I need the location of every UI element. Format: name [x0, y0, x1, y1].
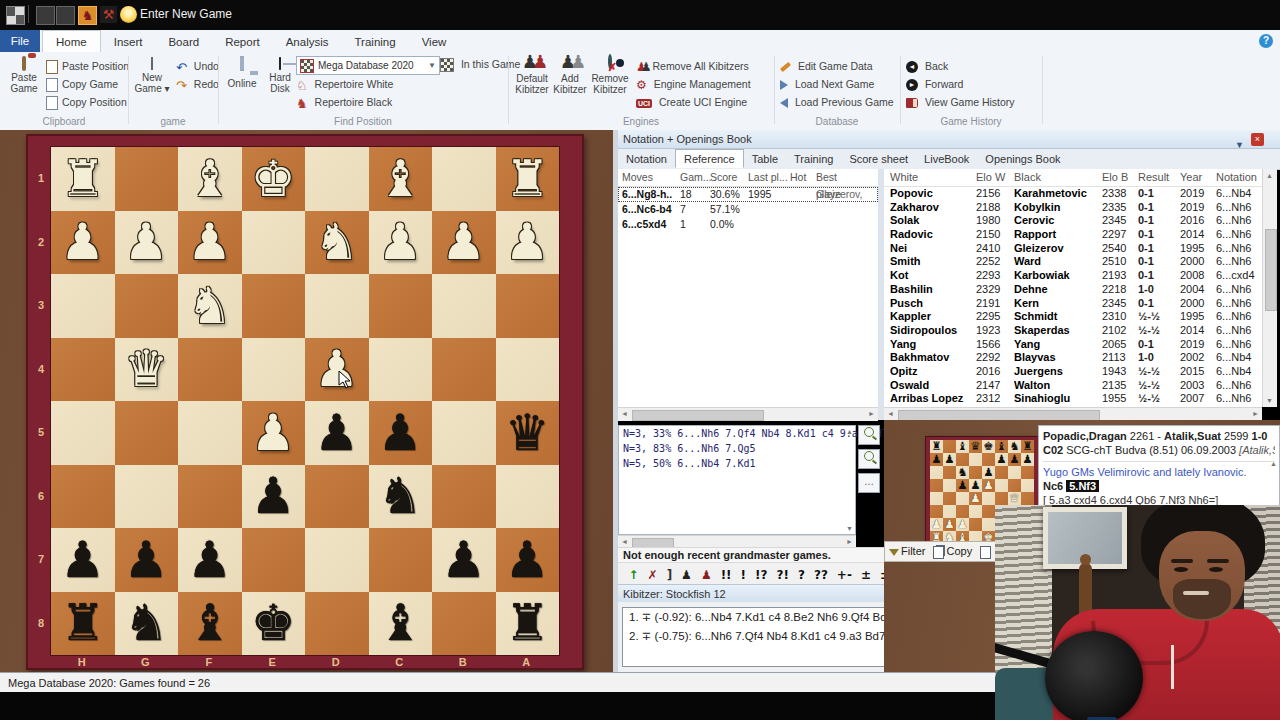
square-f6[interactable]: [178, 465, 242, 529]
cell: Kappler: [890, 310, 976, 324]
scroll-left-icon[interactable]: ◄: [887, 410, 894, 417]
ribbon-tab-view[interactable]: View: [409, 31, 460, 53]
online-button[interactable]: Online: [222, 58, 262, 89]
black-bishop-f8[interactable]: ♝: [187, 598, 232, 648]
moves-row-2[interactable]: 6...c5xd410.0%: [618, 217, 878, 232]
forward-button[interactable]: ► Forward: [906, 78, 963, 94]
square-e3[interactable]: [242, 274, 306, 338]
cell: 6...cxd4: [1216, 269, 1262, 283]
page-icon[interactable]: [980, 546, 991, 559]
back-button[interactable]: ◄ Back: [906, 60, 948, 76]
analysis-buttons: …: [858, 425, 880, 535]
group-label-game-history: Game History: [900, 116, 1042, 127]
highlighted-knight-icon[interactable]: ♞: [78, 6, 97, 25]
help-icon[interactable]: ?: [1259, 34, 1273, 48]
black-queen-d8[interactable]: ♛: [970, 441, 980, 453]
cell: Bakhmatov: [890, 351, 976, 365]
square-e5[interactable]: ♟: [982, 479, 995, 492]
column-header[interactable]: Elo B: [1102, 169, 1138, 186]
cell: Smith: [890, 255, 976, 269]
square-f5[interactable]: [178, 401, 242, 465]
tab-openings-book[interactable]: Openings Book: [977, 150, 1068, 169]
square-h5[interactable]: [51, 401, 115, 465]
white-knight-d2[interactable]: ♞: [314, 217, 359, 267]
square-f4[interactable]: [178, 338, 242, 402]
default-kibitzer-button[interactable]: ♟♟ Default Kibitzer: [514, 56, 550, 95]
white-pawn-d4[interactable]: ♟: [970, 493, 980, 505]
black-pawn-b7[interactable]: ♟: [441, 535, 486, 585]
cell: [790, 187, 816, 202]
annotation-symbol-button[interactable]: ♟: [681, 564, 692, 586]
white-pawn-e5[interactable]: ♟: [983, 480, 993, 492]
scroll-left-icon[interactable]: ◄: [621, 538, 628, 545]
square-a5[interactable]: ♛: [496, 401, 560, 465]
square-b6[interactable]: [432, 465, 496, 529]
black-pawn-e6[interactable]: ♟: [983, 467, 993, 479]
cell: 2310: [1102, 310, 1138, 324]
square-g2[interactable]: ♟: [115, 211, 179, 275]
black-pawn-c5[interactable]: ♟: [957, 480, 967, 492]
paste-game-button[interactable]: Paste Game: [4, 58, 44, 94]
scroll-down-icon[interactable]: ▼: [1266, 397, 1273, 404]
scroll-thumb[interactable]: [632, 410, 764, 421]
scroll-thumb[interactable]: [1265, 229, 1277, 311]
square-c2[interactable]: ♟: [369, 211, 433, 275]
black-player[interactable]: Atalik,Suat: [1164, 430, 1221, 442]
square-a2[interactable]: ♟: [496, 211, 560, 275]
filter-button[interactable]: Filter: [901, 545, 925, 557]
database-dropdown[interactable]: Mega Database 2020 ▼: [296, 56, 440, 75]
square-a6[interactable]: [496, 465, 560, 529]
load-previous-game-button[interactable]: Load Previous Game: [780, 96, 894, 112]
game-row-9[interactable]: Kappler2295Schmidt2310½-½19956...Nh6: [884, 310, 1262, 324]
square-h4[interactable]: [1021, 492, 1034, 505]
eyebrow: [1171, 559, 1193, 563]
game-row-5[interactable]: Smith2252Ward25100-120006...Nh6: [884, 255, 1262, 269]
repertoire-white-button[interactable]: ♘ Repertoire White: [296, 78, 393, 94]
scroll-left-icon[interactable]: ◄: [621, 410, 628, 417]
annotation-symbol-button[interactable]: !!: [721, 564, 732, 586]
repertoire-black-button[interactable]: ♞ Repertoire Black: [296, 96, 392, 112]
clipboard-icon: [22, 56, 26, 71]
square-h7[interactable]: ♟: [51, 528, 115, 592]
square-h8[interactable]: ♜: [51, 592, 115, 656]
cell: [816, 202, 864, 217]
square-h6[interactable]: [1021, 466, 1034, 479]
notation-panel-header[interactable]: Notation + Openings Book ▼ ×: [618, 130, 1280, 149]
file-label-B: B: [431, 656, 495, 668]
tab-file[interactable]: File: [0, 30, 40, 52]
white-king-e1[interactable]: ♚: [251, 154, 296, 204]
panel-close-icon[interactable]: ×: [1251, 133, 1264, 146]
column-header[interactable]: Black: [1014, 169, 1102, 186]
tab-table[interactable]: Table: [744, 150, 786, 169]
create-uci-engine-button[interactable]: UCI Create UCI Engine: [636, 96, 747, 112]
moves-row-1[interactable]: 6...Nc6-b4757.1%: [618, 202, 878, 217]
square-g6[interactable]: [115, 465, 179, 529]
ribbon-tab-analysis[interactable]: Analysis: [273, 31, 342, 53]
square-c5[interactable]: ♟: [956, 479, 969, 492]
black-pawn-h7[interactable]: ♟: [1022, 454, 1032, 466]
moves-row-0[interactable]: 6...Ng8-h..1830.6%1995Gleizerov,: [618, 187, 878, 202]
black-knight-g8[interactable]: ♞: [1009, 441, 1019, 453]
moves-reference-panel: MovesGam...ScoreLast pl...HotBest playe …: [618, 169, 878, 407]
white-queen-g4[interactable]: ♛: [1009, 493, 1019, 505]
black-pawn-c5[interactable]: ♟: [378, 408, 423, 458]
black-bishop-f8[interactable]: ♝: [996, 441, 1006, 453]
game-row-8[interactable]: Pusch2191Kern23450-120006...Nh6: [884, 297, 1262, 311]
game-row-10[interactable]: Sidiropoulos1923Skaperdas2102½-½20146...…: [884, 324, 1262, 338]
black-pawn-d5[interactable]: ♟: [970, 480, 980, 492]
square-b5[interactable]: [432, 401, 496, 465]
black-king-e8[interactable]: ♚: [251, 598, 296, 648]
quick-access-icon[interactable]: [56, 6, 75, 25]
square-g8[interactable]: ♞: [115, 592, 179, 656]
rank-label-8: 8: [34, 617, 48, 629]
white-bishop-c1[interactable]: ♝: [378, 154, 423, 204]
quick-access-icon[interactable]: [36, 6, 55, 25]
annotation-symbol-button[interactable]: +-: [837, 564, 852, 586]
cell: 2016: [1180, 214, 1216, 228]
square-h5[interactable]: [1021, 479, 1034, 492]
annotation-symbol-button[interactable]: ✗: [648, 564, 658, 586]
square-e4[interactable]: [242, 338, 306, 402]
black-queen-a5[interactable]: ♛: [505, 408, 550, 458]
square-h2[interactable]: ♟: [51, 211, 115, 275]
square-b7[interactable]: ♟: [943, 453, 956, 466]
copy-position-button[interactable]: Copy Position: [46, 96, 127, 112]
square-d7[interactable]: [969, 453, 982, 466]
square-e5[interactable]: ♟: [242, 401, 306, 465]
square-d6[interactable]: [305, 465, 369, 529]
white-pawn-f2[interactable]: ♟: [187, 217, 232, 267]
square-h4[interactable]: [51, 338, 115, 402]
square-c3[interactable]: [369, 274, 433, 338]
square-d4[interactable]: ♟: [969, 492, 982, 505]
annotation-symbol-button[interactable]: ↑: [629, 564, 639, 586]
black-king-e8[interactable]: ♚: [983, 441, 993, 453]
square-a7[interactable]: ♟: [930, 453, 943, 466]
black-pawn-h7[interactable]: ♟: [60, 535, 105, 585]
white-pawn-b2[interactable]: ♟: [441, 217, 486, 267]
cell: [790, 217, 816, 232]
game-row-15[interactable]: Arribas Lopez2312Sinahioglu1955½-½20076.…: [884, 392, 1262, 406]
column-header[interactable]: Year: [1180, 169, 1216, 186]
ribbon-tab-home[interactable]: Home: [42, 30, 101, 52]
cell: 6...Nb4: [1216, 365, 1262, 379]
square-f8[interactable]: ♝: [178, 592, 242, 656]
square-d7[interactable]: [305, 528, 369, 592]
square-d8[interactable]: [305, 592, 369, 656]
copy-game-button[interactable]: Copy Game: [46, 78, 118, 94]
repertoire-white-icon: ♘: [296, 78, 308, 93]
repertoire-black-icon: ♞: [296, 96, 308, 111]
black-rook-h8[interactable]: ♜: [60, 598, 105, 648]
game-row-6[interactable]: Kot2293Karbowiak21930-120086...cxd4: [884, 269, 1262, 283]
analysis-line: N=3, 83% 6...Nh6 7.Qg5: [619, 441, 855, 456]
remove-all-kibitzers-button[interactable]: ♟♟ Remove All Kibitzers: [636, 60, 749, 76]
square-b4[interactable]: [943, 492, 956, 505]
game-row-12[interactable]: Bakhmatov2292Blayvas21131-020026...Nb4: [884, 351, 1262, 365]
filter-icon: [889, 549, 899, 556]
game-row-4[interactable]: Nei2410Gleizerov25400-119956...Nh6: [884, 242, 1262, 256]
black-pawn-e6[interactable]: ♟: [251, 471, 296, 521]
white-player[interactable]: Popadic,Dragan: [1043, 430, 1127, 442]
edit-game-data-button[interactable]: Edit Game Data: [780, 60, 873, 76]
column-header[interactable]: Notation: [1216, 169, 1262, 186]
white-rook-h1[interactable]: ♜: [60, 154, 105, 204]
white-bishop-f1[interactable]: ♝: [187, 154, 232, 204]
square-h6[interactable]: [51, 465, 115, 529]
black-pawn-a7[interactable]: ♟: [505, 535, 550, 585]
square-c5[interactable]: ♟: [369, 401, 433, 465]
white-pawn-h2[interactable]: ♟: [60, 217, 105, 267]
tab-reference[interactable]: Reference: [675, 149, 744, 168]
square-g7[interactable]: ♟: [115, 528, 179, 592]
scroll-up-icon[interactable]: ▲: [846, 428, 853, 435]
remove-kibitzer-button[interactable]: ✗ Remove Kibitzer: [590, 56, 630, 95]
ribbon-tab-report[interactable]: Report: [212, 31, 273, 53]
square-d8[interactable]: ♛: [969, 440, 982, 453]
moves-hscrollbar[interactable]: ◄ ►: [618, 407, 878, 421]
square-g7[interactable]: ♟: [1008, 453, 1021, 466]
lightbulb-icon[interactable]: [120, 6, 137, 23]
game-row-13[interactable]: Opitz2016Juergens1943½-½20156...Nb4: [884, 365, 1262, 379]
cell: 2019: [1180, 187, 1216, 201]
square-g4[interactable]: ♛: [115, 338, 179, 402]
square-g4[interactable]: ♛: [1008, 492, 1021, 505]
square-a7[interactable]: ♟: [496, 528, 560, 592]
new-game-button[interactable]: New Game ▾: [132, 58, 172, 94]
back-icon: ◄: [906, 61, 918, 73]
game-row-7[interactable]: Bashilin2329Dehne22181-020046...Nh6: [884, 283, 1262, 297]
scroll-up-icon[interactable]: ▲: [1266, 172, 1273, 179]
cell: 2003: [1180, 379, 1216, 393]
ribbon-tab-insert[interactable]: Insert: [101, 31, 156, 53]
black-rook-a8[interactable]: ♜: [931, 441, 941, 453]
black-rook-h8[interactable]: ♜: [1022, 441, 1032, 453]
copy-button[interactable]: Copy: [946, 545, 972, 557]
square-a3[interactable]: [496, 274, 560, 338]
square-d4[interactable]: ♟: [305, 338, 369, 402]
rank-label-5: 5: [34, 426, 48, 438]
square-b4[interactable]: [432, 338, 496, 402]
paste-position-button[interactable]: Paste Position: [46, 60, 129, 76]
annotation-symbol-button[interactable]: !: [741, 564, 746, 586]
square-g3[interactable]: [115, 274, 179, 338]
cell: 2065: [1102, 338, 1138, 352]
black-pawn-f7[interactable]: ♟: [187, 535, 232, 585]
square-e4[interactable]: [982, 492, 995, 505]
tab-notation[interactable]: Notation: [618, 150, 675, 169]
cell: [816, 217, 864, 232]
scroll-down-icon[interactable]: ▼: [846, 525, 853, 532]
cell: 6...Nb4: [1216, 351, 1262, 365]
square-h3[interactable]: [51, 274, 115, 338]
black-pawn-b7[interactable]: ♟: [944, 454, 954, 466]
square-b3[interactable]: [432, 274, 496, 338]
white-pawn-a2[interactable]: ♟: [505, 217, 550, 267]
undo-button[interactable]: ↶ Undo: [176, 60, 219, 76]
square-c1[interactable]: ♝: [369, 147, 433, 211]
square-b2[interactable]: ♟: [432, 211, 496, 275]
square-c6[interactable]: ♞: [369, 465, 433, 529]
scroll-right-icon[interactable]: ►: [1252, 410, 1259, 417]
square-f7[interactable]: ♟: [178, 528, 242, 592]
analysis-line: N=5, 50% 6...Nb4 7.Kd1: [619, 456, 855, 471]
square-e8[interactable]: ♚: [982, 440, 995, 453]
white-pawn-c2[interactable]: ♟: [378, 217, 423, 267]
ribbon-tab-board[interactable]: Board: [155, 31, 212, 53]
cell: 1955: [1102, 392, 1138, 406]
square-b6[interactable]: [943, 466, 956, 479]
square-c8[interactable]: ♝: [369, 592, 433, 656]
more-options-button[interactable]: …: [858, 473, 880, 493]
square-e2[interactable]: [242, 211, 306, 275]
black-bishop-c8[interactable]: ♝: [378, 598, 423, 648]
square-g6[interactable]: [1008, 466, 1021, 479]
move-highlighted[interactable]: 5.Nf3: [1066, 480, 1099, 492]
zoom-out-button[interactable]: [858, 449, 880, 469]
group-label-engines: Engines: [508, 116, 774, 127]
square-e7[interactable]: [242, 528, 306, 592]
chess-board: ♜♝♚♝♜♟♟♟♞♟♟♟♞♛♟♟♟♟♛♟♞♟♟♟♟♟♜♞♝♚♝♜: [50, 146, 560, 656]
square-a1[interactable]: ♜: [496, 147, 560, 211]
square-g1[interactable]: [115, 147, 179, 211]
square-d1[interactable]: [305, 147, 369, 211]
cell: 18: [680, 187, 710, 202]
square-d3[interactable]: [305, 274, 369, 338]
black-pawn-f7[interactable]: ♟: [996, 454, 1006, 466]
annotation-symbol-button[interactable]: ±: [861, 564, 871, 586]
tab-livebook[interactable]: LiveBook: [916, 150, 977, 169]
add-kibitzer-button[interactable]: ♟♟ Add Kibitzer: [552, 56, 588, 95]
hard-disk-button[interactable]: Hard Disk: [260, 58, 300, 94]
square-b1[interactable]: [432, 147, 496, 211]
square-b8[interactable]: [432, 592, 496, 656]
game-row-14[interactable]: Oswald2147Walton2135½-½20036...Nh6: [884, 379, 1262, 393]
scroll-right-icon[interactable]: ►: [846, 538, 853, 545]
black-knight-g8[interactable]: ♞: [124, 598, 169, 648]
annotation-symbol-button[interactable]: ?!: [777, 564, 789, 586]
zoom-in-button[interactable]: [858, 425, 880, 445]
redo-button[interactable]: ↷ Redo: [176, 78, 219, 94]
game-row-11[interactable]: Yang1566Yang20650-120196...Nh6: [884, 338, 1262, 352]
square-h1[interactable]: ♜: [51, 147, 115, 211]
annotation-symbol-button[interactable]: ?: [798, 564, 805, 586]
square-f3[interactable]: ♞: [178, 274, 242, 338]
white-pawn-g2[interactable]: ♟: [124, 217, 169, 267]
white-pawn-b2[interactable]: ♟: [944, 519, 954, 531]
load-next-game-button[interactable]: Load Next Game: [780, 78, 874, 94]
square-a5[interactable]: [930, 479, 943, 492]
square-f1[interactable]: ♝: [178, 147, 242, 211]
square-e1[interactable]: ♚: [242, 147, 306, 211]
white-pawn-c2[interactable]: ♟: [957, 519, 967, 531]
tab-training[interactable]: Training: [786, 150, 841, 169]
square-d2[interactable]: ♞: [305, 211, 369, 275]
black-pawn-d5[interactable]: ♟: [314, 408, 359, 458]
cell: 6...Nh6: [1216, 324, 1262, 338]
black-bishop-c8[interactable]: ♝: [957, 441, 967, 453]
black-knight-c6[interactable]: ♞: [378, 471, 423, 521]
black-pawn-g7[interactable]: ♟: [1009, 454, 1019, 466]
white-pawn-e5[interactable]: ♟: [251, 408, 296, 458]
square-e8[interactable]: ♚: [242, 592, 306, 656]
square-c4[interactable]: [369, 338, 433, 402]
column-header[interactable]: Elo W: [976, 169, 1014, 186]
square-g5[interactable]: [115, 401, 179, 465]
games-vscrollbar[interactable]: ▲ ▼: [1262, 169, 1277, 407]
tab-score-sheet[interactable]: Score sheet: [841, 150, 916, 169]
square-b5[interactable]: [943, 479, 956, 492]
annotation-symbol-button[interactable]: ??: [814, 564, 828, 586]
tools-icon[interactable]: ⚒: [100, 6, 117, 23]
square-d5[interactable]: ♟: [305, 401, 369, 465]
white-rook-a1[interactable]: ♜: [505, 154, 550, 204]
paste-position-icon: [46, 60, 58, 74]
in-this-game-icon: [440, 58, 454, 72]
black-pawn-g7[interactable]: ♟: [124, 535, 169, 585]
black-knight-c6[interactable]: ♞: [957, 467, 967, 479]
square-b7[interactable]: ♟: [432, 528, 496, 592]
square-a4[interactable]: [930, 492, 943, 505]
square-e3[interactable]: [982, 505, 995, 518]
game-row-0[interactable]: Popovic2156Karahmetovic23380-120196...Nb…: [884, 187, 1262, 201]
column-header[interactable]: White: [890, 169, 976, 186]
annotation-symbol-button[interactable]: ♟: [701, 564, 712, 586]
moves-table-header: MovesGam...ScoreLast pl...HotBest playe: [618, 169, 878, 187]
square-f6[interactable]: [995, 466, 1008, 479]
black-pawn-a7[interactable]: ♟: [931, 454, 941, 466]
scroll-right-icon[interactable]: ►: [868, 410, 875, 417]
square-c8[interactable]: ♝: [956, 440, 969, 453]
games-hscrollbar[interactable]: ◄ ►: [884, 407, 1262, 421]
copy-position-icon: [46, 96, 58, 110]
square-a6[interactable]: [930, 466, 943, 479]
game-row-1[interactable]: Zakharov2188Kobylkin23350-120196...Nh6: [884, 201, 1262, 215]
square-f2[interactable]: ♟: [178, 211, 242, 275]
square-f7[interactable]: ♟: [995, 453, 1008, 466]
game-row-3[interactable]: Radovic2150Rapport22970-120146...Nh6: [884, 228, 1262, 242]
square-h7[interactable]: ♟: [1021, 453, 1034, 466]
column-header[interactable]: Result: [1138, 169, 1180, 186]
scroll-up-icon[interactable]: ▲: [1270, 460, 1277, 467]
square-c4[interactable]: [956, 492, 969, 505]
annotation-symbol-button[interactable]: !?: [755, 564, 767, 586]
white-pawn-a2[interactable]: ♟: [931, 519, 941, 531]
cell: ½-½: [1138, 379, 1180, 393]
annotation-symbol-button[interactable]: ]: [667, 564, 672, 586]
square-f5[interactable]: [995, 479, 1008, 492]
square-a8[interactable]: ♜: [496, 592, 560, 656]
white-queen-g4[interactable]: ♛: [124, 344, 169, 394]
white-knight-f3[interactable]: ♞: [187, 281, 232, 331]
square-c7[interactable]: [369, 528, 433, 592]
square-a4[interactable]: [496, 338, 560, 402]
black-rook-a8[interactable]: ♜: [505, 598, 550, 648]
square-e6[interactable]: ♟: [242, 465, 306, 529]
game-row-2[interactable]: Solak1980Cerovic23450-120166...Nh6: [884, 214, 1262, 228]
move-previous[interactable]: Nc6: [1043, 480, 1063, 492]
ribbon-tab-training[interactable]: Training: [342, 31, 409, 53]
view-game-history-button[interactable]: View Game History: [906, 96, 1015, 112]
square-d3[interactable]: [969, 505, 982, 518]
cell: Dehne: [1014, 283, 1102, 297]
cell: 0.0%: [710, 217, 748, 232]
square-d2[interactable]: [969, 518, 982, 531]
engine-management-button[interactable]: ⚙ Engine Management: [636, 78, 751, 94]
